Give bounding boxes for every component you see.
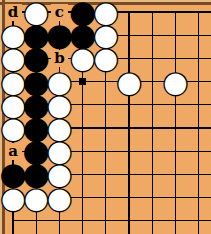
- white-stone: ●: [1, 116, 24, 139]
- white-stone: ●: [48, 186, 71, 209]
- white-stone: ●: [1, 186, 24, 209]
- grid-line-horizontal: [13, 220, 211, 221]
- go-board: dcba●●●●●●●●●●●●●●●●●●●●●●●●●●●●●●●: [0, 0, 211, 234]
- grid-line-vertical: [128, 12, 129, 234]
- grid-line-vertical: [198, 12, 199, 234]
- white-stone: ●: [117, 70, 140, 93]
- white-stone: ●: [164, 70, 187, 93]
- white-stone: ●: [94, 47, 117, 70]
- grid-line-vertical: [175, 12, 176, 234]
- black-stone: ●: [48, 24, 71, 47]
- white-stone: ●: [25, 186, 48, 209]
- star-point: [79, 78, 86, 85]
- grid-line-vertical: [152, 12, 153, 234]
- white-stone: ●: [71, 47, 94, 70]
